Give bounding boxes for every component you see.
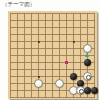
go-stone-black [84,87,91,94]
grid-line-horizontal [10,41,95,42]
go-stone-white [70,87,77,94]
go-stone-white [84,45,91,52]
go-stone-white [84,73,91,80]
grid-line-horizontal [10,76,95,77]
grid-line-horizontal [10,55,95,56]
grid-line-horizontal [10,48,95,49]
go-stone-white [35,80,42,87]
go-stone-black [91,87,98,94]
diagram-caption: （テーマ図） [2,1,35,8]
grid-line-horizontal [10,13,95,14]
go-board [8,11,97,99]
grid-line-horizontal [10,27,95,28]
stone-dot-marker [86,75,91,80]
grid-line-horizontal [10,20,95,21]
go-stone-black [70,73,77,80]
star-point [38,41,40,43]
stone-dot-marker [79,89,84,94]
grid-line-horizontal [10,97,95,98]
grid-line-horizontal [10,62,95,63]
go-stone-white [77,87,84,94]
grid-line-horizontal [10,69,95,70]
grid-line-horizontal [10,34,95,35]
star-point [73,41,75,43]
star-point [38,76,40,78]
go-stone-black [77,80,84,87]
go-stone-white [56,80,63,87]
square-marker [65,61,69,65]
go-stone-black [84,59,91,66]
triangle-marker [85,53,89,57]
